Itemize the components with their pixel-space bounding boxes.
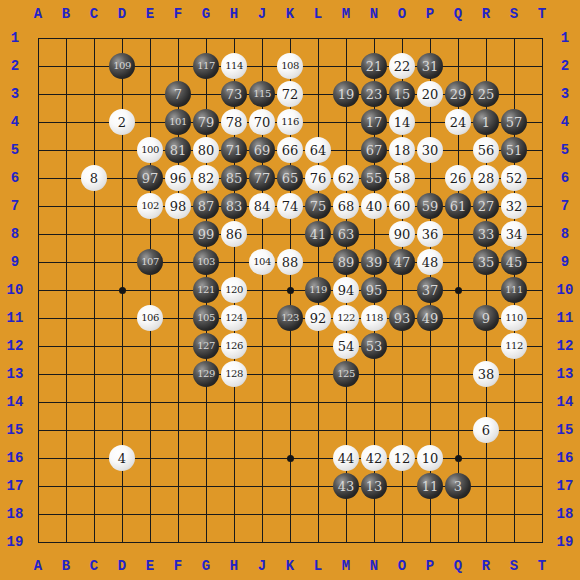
point-K12[interactable] — [276, 332, 304, 360]
point-L1[interactable] — [304, 24, 332, 52]
point-R17[interactable] — [472, 472, 500, 500]
point-K8[interactable] — [276, 220, 304, 248]
point-C11[interactable] — [80, 304, 108, 332]
point-R11[interactable]: 9 — [472, 304, 500, 332]
point-R14[interactable] — [472, 388, 500, 416]
point-R4[interactable]: 1 — [472, 108, 500, 136]
point-M19[interactable] — [332, 528, 360, 556]
point-P1[interactable] — [416, 24, 444, 52]
point-F19[interactable] — [164, 528, 192, 556]
point-Q7[interactable]: 61 — [444, 192, 472, 220]
point-T2[interactable] — [528, 52, 556, 80]
point-C8[interactable] — [80, 220, 108, 248]
point-F5[interactable]: 81 — [164, 136, 192, 164]
point-G13[interactable]: 129 — [192, 360, 220, 388]
point-T19[interactable] — [528, 528, 556, 556]
point-J7[interactable]: 84 — [248, 192, 276, 220]
point-A15[interactable] — [24, 416, 52, 444]
point-O16[interactable]: 12 — [388, 444, 416, 472]
point-M9[interactable]: 89 — [332, 248, 360, 276]
point-L15[interactable] — [304, 416, 332, 444]
point-F2[interactable] — [164, 52, 192, 80]
point-T17[interactable] — [528, 472, 556, 500]
point-F10[interactable] — [164, 276, 192, 304]
point-F17[interactable] — [164, 472, 192, 500]
point-O11[interactable]: 93 — [388, 304, 416, 332]
point-F3[interactable]: 7 — [164, 80, 192, 108]
point-N8[interactable] — [360, 220, 388, 248]
point-O8[interactable]: 90 — [388, 220, 416, 248]
point-R13[interactable]: 38 — [472, 360, 500, 388]
point-P4[interactable] — [416, 108, 444, 136]
point-H4[interactable]: 78 — [220, 108, 248, 136]
point-C9[interactable] — [80, 248, 108, 276]
point-E8[interactable] — [136, 220, 164, 248]
point-O18[interactable] — [388, 500, 416, 528]
point-N12[interactable]: 53 — [360, 332, 388, 360]
point-Q17[interactable]: 3 — [444, 472, 472, 500]
point-K17[interactable] — [276, 472, 304, 500]
point-M6[interactable]: 62 — [332, 164, 360, 192]
point-T5[interactable] — [528, 136, 556, 164]
point-G4[interactable]: 79 — [192, 108, 220, 136]
point-C12[interactable] — [80, 332, 108, 360]
point-B8[interactable] — [52, 220, 80, 248]
point-A12[interactable] — [24, 332, 52, 360]
point-B14[interactable] — [52, 388, 80, 416]
point-N2[interactable]: 21 — [360, 52, 388, 80]
point-D15[interactable] — [108, 416, 136, 444]
point-M14[interactable] — [332, 388, 360, 416]
point-E5[interactable]: 100 — [136, 136, 164, 164]
point-C4[interactable] — [80, 108, 108, 136]
point-D7[interactable] — [108, 192, 136, 220]
point-H10[interactable]: 120 — [220, 276, 248, 304]
point-P16[interactable]: 10 — [416, 444, 444, 472]
point-B9[interactable] — [52, 248, 80, 276]
point-F4[interactable]: 101 — [164, 108, 192, 136]
point-Q18[interactable] — [444, 500, 472, 528]
point-A2[interactable] — [24, 52, 52, 80]
point-D2[interactable]: 109 — [108, 52, 136, 80]
point-O9[interactable]: 47 — [388, 248, 416, 276]
point-D14[interactable] — [108, 388, 136, 416]
point-P12[interactable] — [416, 332, 444, 360]
point-S4[interactable]: 57 — [500, 108, 528, 136]
point-L19[interactable] — [304, 528, 332, 556]
point-F14[interactable] — [164, 388, 192, 416]
point-S10[interactable]: 111 — [500, 276, 528, 304]
point-H12[interactable]: 126 — [220, 332, 248, 360]
point-A6[interactable] — [24, 164, 52, 192]
point-J6[interactable]: 77 — [248, 164, 276, 192]
point-D5[interactable] — [108, 136, 136, 164]
point-M17[interactable]: 43 — [332, 472, 360, 500]
point-K4[interactable]: 116 — [276, 108, 304, 136]
point-G8[interactable]: 99 — [192, 220, 220, 248]
point-B17[interactable] — [52, 472, 80, 500]
point-K2[interactable]: 108 — [276, 52, 304, 80]
point-O7[interactable]: 60 — [388, 192, 416, 220]
point-J2[interactable] — [248, 52, 276, 80]
point-D3[interactable] — [108, 80, 136, 108]
point-F7[interactable]: 98 — [164, 192, 192, 220]
point-T13[interactable] — [528, 360, 556, 388]
point-R3[interactable]: 25 — [472, 80, 500, 108]
point-D10[interactable] — [108, 276, 136, 304]
point-S19[interactable] — [500, 528, 528, 556]
point-A5[interactable] — [24, 136, 52, 164]
point-C14[interactable] — [80, 388, 108, 416]
point-P15[interactable] — [416, 416, 444, 444]
point-S1[interactable] — [500, 24, 528, 52]
point-T14[interactable] — [528, 388, 556, 416]
point-E1[interactable] — [136, 24, 164, 52]
point-M16[interactable]: 44 — [332, 444, 360, 472]
point-C5[interactable] — [80, 136, 108, 164]
point-L3[interactable] — [304, 80, 332, 108]
point-C15[interactable] — [80, 416, 108, 444]
point-D12[interactable] — [108, 332, 136, 360]
point-M1[interactable] — [332, 24, 360, 52]
point-J10[interactable] — [248, 276, 276, 304]
point-F18[interactable] — [164, 500, 192, 528]
point-S12[interactable]: 112 — [500, 332, 528, 360]
point-T12[interactable] — [528, 332, 556, 360]
point-F13[interactable] — [164, 360, 192, 388]
point-J19[interactable] — [248, 528, 276, 556]
point-E2[interactable] — [136, 52, 164, 80]
point-A1[interactable] — [24, 24, 52, 52]
point-E16[interactable] — [136, 444, 164, 472]
point-A9[interactable] — [24, 248, 52, 276]
point-N10[interactable]: 95 — [360, 276, 388, 304]
point-H2[interactable]: 114 — [220, 52, 248, 80]
point-P17[interactable]: 11 — [416, 472, 444, 500]
point-N15[interactable] — [360, 416, 388, 444]
point-L7[interactable]: 75 — [304, 192, 332, 220]
point-Q14[interactable] — [444, 388, 472, 416]
point-D9[interactable] — [108, 248, 136, 276]
point-N13[interactable] — [360, 360, 388, 388]
point-J13[interactable] — [248, 360, 276, 388]
point-C13[interactable] — [80, 360, 108, 388]
point-P8[interactable]: 36 — [416, 220, 444, 248]
point-H17[interactable] — [220, 472, 248, 500]
point-A14[interactable] — [24, 388, 52, 416]
point-P13[interactable] — [416, 360, 444, 388]
point-F15[interactable] — [164, 416, 192, 444]
point-C3[interactable] — [80, 80, 108, 108]
point-C19[interactable] — [80, 528, 108, 556]
point-L12[interactable] — [304, 332, 332, 360]
point-J8[interactable] — [248, 220, 276, 248]
point-H6[interactable]: 85 — [220, 164, 248, 192]
point-M18[interactable] — [332, 500, 360, 528]
point-O15[interactable] — [388, 416, 416, 444]
point-Q3[interactable]: 29 — [444, 80, 472, 108]
point-O2[interactable]: 22 — [388, 52, 416, 80]
point-P18[interactable] — [416, 500, 444, 528]
point-S13[interactable] — [500, 360, 528, 388]
point-F9[interactable] — [164, 248, 192, 276]
point-Q15[interactable] — [444, 416, 472, 444]
point-O5[interactable]: 18 — [388, 136, 416, 164]
point-D4[interactable]: 2 — [108, 108, 136, 136]
point-E10[interactable] — [136, 276, 164, 304]
point-S11[interactable]: 110 — [500, 304, 528, 332]
point-E4[interactable] — [136, 108, 164, 136]
point-B7[interactable] — [52, 192, 80, 220]
point-T16[interactable] — [528, 444, 556, 472]
point-S15[interactable] — [500, 416, 528, 444]
point-K10[interactable] — [276, 276, 304, 304]
point-K6[interactable]: 65 — [276, 164, 304, 192]
point-S2[interactable] — [500, 52, 528, 80]
point-E19[interactable] — [136, 528, 164, 556]
point-S9[interactable]: 45 — [500, 248, 528, 276]
point-T9[interactable] — [528, 248, 556, 276]
point-M15[interactable] — [332, 416, 360, 444]
point-C10[interactable] — [80, 276, 108, 304]
point-G2[interactable]: 117 — [192, 52, 220, 80]
point-C1[interactable] — [80, 24, 108, 52]
point-E15[interactable] — [136, 416, 164, 444]
point-A17[interactable] — [24, 472, 52, 500]
point-G12[interactable]: 127 — [192, 332, 220, 360]
point-G9[interactable]: 103 — [192, 248, 220, 276]
point-P19[interactable] — [416, 528, 444, 556]
point-M8[interactable]: 63 — [332, 220, 360, 248]
point-Q16[interactable] — [444, 444, 472, 472]
point-G1[interactable] — [192, 24, 220, 52]
point-B2[interactable] — [52, 52, 80, 80]
point-B16[interactable] — [52, 444, 80, 472]
point-H1[interactable] — [220, 24, 248, 52]
point-M3[interactable]: 19 — [332, 80, 360, 108]
point-E17[interactable] — [136, 472, 164, 500]
point-E11[interactable]: 106 — [136, 304, 164, 332]
point-K15[interactable] — [276, 416, 304, 444]
point-B3[interactable] — [52, 80, 80, 108]
point-D17[interactable] — [108, 472, 136, 500]
point-Q5[interactable] — [444, 136, 472, 164]
point-A16[interactable] — [24, 444, 52, 472]
point-J17[interactable] — [248, 472, 276, 500]
point-O10[interactable] — [388, 276, 416, 304]
point-Q4[interactable]: 24 — [444, 108, 472, 136]
point-T4[interactable] — [528, 108, 556, 136]
point-P5[interactable]: 30 — [416, 136, 444, 164]
point-R15[interactable]: 6 — [472, 416, 500, 444]
point-D18[interactable] — [108, 500, 136, 528]
point-M11[interactable]: 122 — [332, 304, 360, 332]
point-C7[interactable] — [80, 192, 108, 220]
point-J16[interactable] — [248, 444, 276, 472]
point-A11[interactable] — [24, 304, 52, 332]
point-C17[interactable] — [80, 472, 108, 500]
point-L8[interactable]: 41 — [304, 220, 332, 248]
point-M4[interactable] — [332, 108, 360, 136]
point-N5[interactable]: 67 — [360, 136, 388, 164]
point-L9[interactable] — [304, 248, 332, 276]
point-M10[interactable]: 94 — [332, 276, 360, 304]
point-P10[interactable]: 37 — [416, 276, 444, 304]
point-K13[interactable] — [276, 360, 304, 388]
point-R18[interactable] — [472, 500, 500, 528]
point-L2[interactable] — [304, 52, 332, 80]
point-R1[interactable] — [472, 24, 500, 52]
point-H8[interactable]: 86 — [220, 220, 248, 248]
point-F11[interactable] — [164, 304, 192, 332]
point-A19[interactable] — [24, 528, 52, 556]
point-D8[interactable] — [108, 220, 136, 248]
point-F12[interactable] — [164, 332, 192, 360]
point-K11[interactable]: 123 — [276, 304, 304, 332]
point-J3[interactable]: 115 — [248, 80, 276, 108]
point-E13[interactable] — [136, 360, 164, 388]
point-O17[interactable] — [388, 472, 416, 500]
point-L11[interactable]: 92 — [304, 304, 332, 332]
point-M12[interactable]: 54 — [332, 332, 360, 360]
point-C18[interactable] — [80, 500, 108, 528]
point-P7[interactable]: 59 — [416, 192, 444, 220]
point-F16[interactable] — [164, 444, 192, 472]
point-G18[interactable] — [192, 500, 220, 528]
point-H14[interactable] — [220, 388, 248, 416]
point-B12[interactable] — [52, 332, 80, 360]
point-P3[interactable]: 20 — [416, 80, 444, 108]
point-J12[interactable] — [248, 332, 276, 360]
point-Q11[interactable] — [444, 304, 472, 332]
point-K7[interactable]: 74 — [276, 192, 304, 220]
point-O19[interactable] — [388, 528, 416, 556]
point-L16[interactable] — [304, 444, 332, 472]
point-H3[interactable]: 73 — [220, 80, 248, 108]
point-K19[interactable] — [276, 528, 304, 556]
point-K3[interactable]: 72 — [276, 80, 304, 108]
point-H16[interactable] — [220, 444, 248, 472]
point-O13[interactable] — [388, 360, 416, 388]
point-Q13[interactable] — [444, 360, 472, 388]
point-S18[interactable] — [500, 500, 528, 528]
point-H19[interactable] — [220, 528, 248, 556]
point-R8[interactable]: 33 — [472, 220, 500, 248]
point-B19[interactable] — [52, 528, 80, 556]
point-B15[interactable] — [52, 416, 80, 444]
point-M7[interactable]: 68 — [332, 192, 360, 220]
point-T18[interactable] — [528, 500, 556, 528]
point-R7[interactable]: 27 — [472, 192, 500, 220]
point-T6[interactable] — [528, 164, 556, 192]
point-B4[interactable] — [52, 108, 80, 136]
point-L10[interactable]: 119 — [304, 276, 332, 304]
point-M13[interactable]: 125 — [332, 360, 360, 388]
point-H15[interactable] — [220, 416, 248, 444]
point-S5[interactable]: 51 — [500, 136, 528, 164]
point-H7[interactable]: 83 — [220, 192, 248, 220]
point-D16[interactable]: 4 — [108, 444, 136, 472]
point-Q12[interactable] — [444, 332, 472, 360]
point-O3[interactable]: 15 — [388, 80, 416, 108]
point-T7[interactable] — [528, 192, 556, 220]
point-T3[interactable] — [528, 80, 556, 108]
point-T15[interactable] — [528, 416, 556, 444]
point-J14[interactable] — [248, 388, 276, 416]
point-G7[interactable]: 87 — [192, 192, 220, 220]
point-S3[interactable] — [500, 80, 528, 108]
point-N1[interactable] — [360, 24, 388, 52]
point-N3[interactable]: 23 — [360, 80, 388, 108]
point-B10[interactable] — [52, 276, 80, 304]
point-N17[interactable]: 13 — [360, 472, 388, 500]
point-N7[interactable]: 40 — [360, 192, 388, 220]
point-S6[interactable]: 52 — [500, 164, 528, 192]
point-M5[interactable] — [332, 136, 360, 164]
point-O1[interactable] — [388, 24, 416, 52]
point-S17[interactable] — [500, 472, 528, 500]
point-P9[interactable]: 48 — [416, 248, 444, 276]
point-J11[interactable] — [248, 304, 276, 332]
point-N6[interactable]: 55 — [360, 164, 388, 192]
point-J9[interactable]: 104 — [248, 248, 276, 276]
point-N4[interactable]: 17 — [360, 108, 388, 136]
point-B6[interactable] — [52, 164, 80, 192]
point-O4[interactable]: 14 — [388, 108, 416, 136]
point-S16[interactable] — [500, 444, 528, 472]
point-D6[interactable] — [108, 164, 136, 192]
point-N11[interactable]: 118 — [360, 304, 388, 332]
point-R16[interactable] — [472, 444, 500, 472]
point-G5[interactable]: 80 — [192, 136, 220, 164]
point-K9[interactable]: 88 — [276, 248, 304, 276]
point-L14[interactable] — [304, 388, 332, 416]
point-A13[interactable] — [24, 360, 52, 388]
point-S8[interactable]: 34 — [500, 220, 528, 248]
point-G10[interactable]: 121 — [192, 276, 220, 304]
point-F1[interactable] — [164, 24, 192, 52]
point-Q9[interactable] — [444, 248, 472, 276]
point-G15[interactable] — [192, 416, 220, 444]
point-R12[interactable] — [472, 332, 500, 360]
point-R10[interactable] — [472, 276, 500, 304]
point-E7[interactable]: 102 — [136, 192, 164, 220]
point-F8[interactable] — [164, 220, 192, 248]
point-B11[interactable] — [52, 304, 80, 332]
point-L17[interactable] — [304, 472, 332, 500]
point-E6[interactable]: 97 — [136, 164, 164, 192]
point-J4[interactable]: 70 — [248, 108, 276, 136]
point-K14[interactable] — [276, 388, 304, 416]
point-T11[interactable] — [528, 304, 556, 332]
point-E18[interactable] — [136, 500, 164, 528]
point-K18[interactable] — [276, 500, 304, 528]
point-D19[interactable] — [108, 528, 136, 556]
point-R2[interactable] — [472, 52, 500, 80]
point-D1[interactable] — [108, 24, 136, 52]
point-J18[interactable] — [248, 500, 276, 528]
point-K16[interactable] — [276, 444, 304, 472]
point-L13[interactable] — [304, 360, 332, 388]
point-A10[interactable] — [24, 276, 52, 304]
point-T8[interactable] — [528, 220, 556, 248]
point-N14[interactable] — [360, 388, 388, 416]
point-B5[interactable] — [52, 136, 80, 164]
point-Q10[interactable] — [444, 276, 472, 304]
point-Q2[interactable] — [444, 52, 472, 80]
point-R6[interactable]: 28 — [472, 164, 500, 192]
point-P14[interactable] — [416, 388, 444, 416]
